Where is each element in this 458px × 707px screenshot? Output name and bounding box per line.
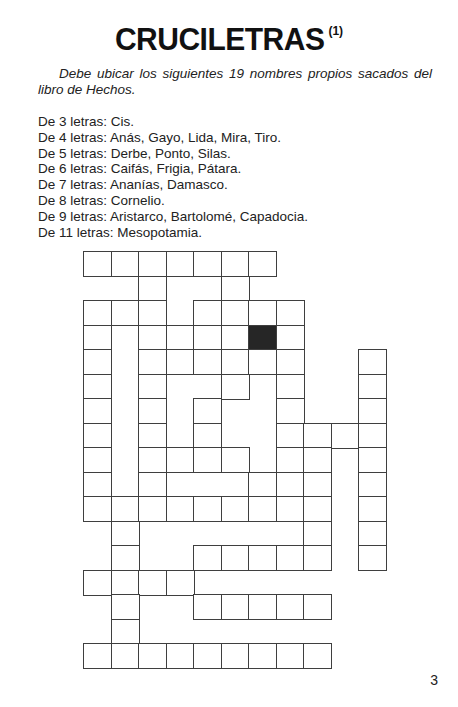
letter-cell[interactable] [221, 349, 250, 375]
letter-cell[interactable] [358, 374, 387, 400]
letter-cell[interactable] [303, 521, 332, 547]
clue-11-letters: De 11 letras: Mesopotamia. [38, 225, 438, 241]
letter-cell[interactable] [138, 349, 167, 375]
letter-cell[interactable] [193, 496, 222, 522]
page-header: CRUCILETRAS(1) [0, 22, 458, 56]
letter-cell[interactable] [358, 545, 387, 571]
title-superscript: (1) [328, 24, 343, 38]
clue-6-letters: De 6 letras: Caifás, Frigia, Pátara. [38, 161, 438, 177]
letter-cell[interactable] [303, 472, 332, 498]
letter-cell[interactable] [221, 251, 250, 277]
letter-cell[interactable] [193, 349, 222, 375]
letter-cell[interactable] [358, 521, 387, 547]
letter-cell[interactable] [166, 325, 195, 351]
letter-cell[interactable] [221, 594, 250, 620]
letter-cell[interactable] [83, 398, 112, 424]
letter-cell[interactable] [83, 349, 112, 375]
letter-cell[interactable] [276, 325, 305, 351]
letter-cell[interactable] [248, 643, 277, 669]
letter-cell[interactable] [138, 374, 167, 400]
blocked-cell [248, 325, 277, 351]
letter-cell[interactable] [358, 423, 387, 449]
letter-cell[interactable] [276, 447, 305, 473]
letter-cell[interactable] [221, 643, 250, 669]
letter-cell[interactable] [111, 300, 140, 326]
letter-cell[interactable] [276, 472, 305, 498]
letter-cell[interactable] [221, 545, 250, 571]
letter-cell[interactable] [358, 349, 387, 375]
instructions-paragraph: Debe ubicar los siguientes 19 nombres pr… [38, 66, 432, 97]
letter-cell[interactable] [358, 472, 387, 498]
letter-cell[interactable] [138, 251, 167, 277]
letter-cell[interactable] [276, 594, 305, 620]
letter-cell[interactable] [276, 643, 305, 669]
letter-cell[interactable] [331, 423, 360, 449]
letter-cell[interactable] [83, 325, 112, 351]
letter-cell[interactable] [83, 423, 112, 449]
clue-7-letters: De 7 letras: Ananías, Damasco. [38, 177, 438, 193]
letter-cell[interactable] [193, 398, 222, 424]
clue-3-letters: De 3 letras: Cis. [38, 114, 438, 130]
letter-cell[interactable] [166, 643, 195, 669]
letter-cell[interactable] [221, 276, 250, 302]
letter-cell[interactable] [111, 521, 140, 547]
letter-cell[interactable] [166, 447, 195, 473]
letter-cell[interactable] [303, 643, 332, 669]
letter-cell[interactable] [193, 423, 222, 449]
letter-cell[interactable] [248, 300, 277, 326]
letter-cell[interactable] [193, 594, 222, 620]
letter-cell[interactable] [138, 325, 167, 351]
letter-cell[interactable] [276, 423, 305, 449]
letter-cell[interactable] [221, 447, 250, 473]
letter-cell[interactable] [83, 374, 112, 400]
letter-cell[interactable] [358, 447, 387, 473]
letter-cell[interactable] [248, 251, 277, 277]
letter-cell[interactable] [276, 374, 305, 400]
clue-4-letters: De 4 letras: Anás, Gayo, Lida, Mira, Tir… [38, 130, 438, 146]
letter-cell[interactable] [111, 643, 140, 669]
letter-cell[interactable] [138, 398, 167, 424]
letter-cell[interactable] [83, 447, 112, 473]
letter-cell[interactable] [166, 251, 195, 277]
letter-cell[interactable] [193, 251, 222, 277]
letter-cell[interactable] [111, 545, 140, 571]
letter-cell[interactable] [111, 570, 140, 596]
letter-cell[interactable] [221, 496, 250, 522]
letter-cell[interactable] [83, 300, 112, 326]
letter-cell[interactable] [166, 570, 195, 596]
letter-cell[interactable] [83, 472, 112, 498]
letter-cell[interactable] [303, 496, 332, 522]
letter-cell[interactable] [138, 643, 167, 669]
letter-cell[interactable] [358, 398, 387, 424]
letter-cell[interactable] [138, 300, 167, 326]
letter-cell[interactable] [221, 300, 250, 326]
letter-cell[interactable] [83, 643, 112, 669]
letter-cell[interactable] [138, 472, 167, 498]
letter-cell[interactable] [248, 349, 277, 375]
letter-cell[interactable] [248, 472, 277, 498]
letter-cell[interactable] [83, 570, 112, 596]
letter-cell[interactable] [303, 594, 332, 620]
letter-cell[interactable] [166, 349, 195, 375]
page-number: 3 [430, 672, 438, 688]
letter-cell[interactable] [193, 447, 222, 473]
letter-cell[interactable] [111, 594, 140, 620]
clue-5-letters: De 5 letras: Derbe, Ponto, Silas. [38, 146, 438, 162]
clue-9-letters: De 9 letras: Aristarco, Bartolomé, Capad… [38, 209, 438, 225]
letter-cell[interactable] [303, 423, 332, 449]
letter-cell[interactable] [276, 545, 305, 571]
letter-cell[interactable] [276, 496, 305, 522]
letter-cell[interactable] [276, 398, 305, 424]
letter-cell[interactable] [111, 251, 140, 277]
letter-cell[interactable] [138, 447, 167, 473]
letter-cell[interactable] [276, 349, 305, 375]
letter-cell[interactable] [83, 496, 112, 522]
letter-cell[interactable] [111, 619, 140, 645]
letter-cell[interactable] [303, 545, 332, 571]
letter-cell[interactable] [166, 496, 195, 522]
letter-cell[interactable] [138, 570, 167, 596]
letter-cell[interactable] [276, 300, 305, 326]
letter-cell[interactable] [138, 496, 167, 522]
letter-cell[interactable] [221, 325, 250, 351]
letter-cell[interactable] [193, 325, 222, 351]
puzzle-grid [84, 252, 387, 669]
book-page: CRUCILETRAS(1) Debe ubicar los siguiente… [0, 0, 458, 707]
letter-cell[interactable] [248, 545, 277, 571]
letter-cell[interactable] [193, 545, 222, 571]
letter-cell[interactable] [193, 300, 222, 326]
clue-list: De 3 letras: Cis. De 4 letras: Anás, Gay… [38, 114, 438, 240]
letter-cell[interactable] [83, 251, 112, 277]
letter-cell[interactable] [248, 594, 277, 620]
page-title: CRUCILETRAS [115, 21, 325, 57]
letter-cell[interactable] [221, 374, 250, 400]
letter-cell[interactable] [138, 423, 167, 449]
letter-cell[interactable] [303, 447, 332, 473]
letter-cell[interactable] [358, 496, 387, 522]
letter-cell[interactable] [111, 496, 140, 522]
letter-cell[interactable] [138, 276, 167, 302]
letter-cell[interactable] [193, 643, 222, 669]
letter-cell[interactable] [248, 496, 277, 522]
clue-8-letters: De 8 letras: Cornelio. [38, 193, 438, 209]
